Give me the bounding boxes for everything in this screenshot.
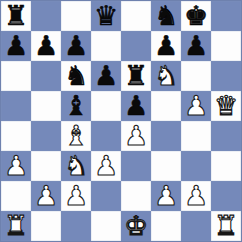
- square-a5[interactable]: [1, 91, 31, 121]
- square-e8[interactable]: [121, 1, 151, 31]
- square-f3[interactable]: [151, 151, 181, 181]
- square-a4[interactable]: [1, 121, 31, 151]
- square-b4[interactable]: [31, 121, 61, 151]
- square-f5[interactable]: [151, 91, 181, 121]
- piece-white-bishop-c4[interactable]: ♝: [64, 122, 88, 149]
- square-d6[interactable]: ♟: [91, 61, 121, 91]
- square-f2[interactable]: ♟: [151, 181, 181, 211]
- square-a1[interactable]: ♜: [1, 211, 31, 241]
- square-c8[interactable]: [61, 1, 91, 31]
- square-e6[interactable]: ♜: [121, 61, 151, 91]
- piece-black-knight-c6[interactable]: ♞: [64, 62, 88, 89]
- square-b5[interactable]: [31, 91, 61, 121]
- piece-black-rook-e6[interactable]: ♜: [124, 62, 148, 89]
- piece-black-rook-a8[interactable]: ♜: [4, 2, 28, 29]
- square-c3[interactable]: ♞: [61, 151, 91, 181]
- square-g1[interactable]: [181, 211, 211, 241]
- square-a8[interactable]: ♜: [1, 1, 31, 31]
- piece-white-rook-h1[interactable]: ♜: [214, 212, 238, 239]
- piece-white-king-e1[interactable]: ♚: [124, 212, 148, 239]
- square-e2[interactable]: [121, 181, 151, 211]
- piece-white-pawn-d3[interactable]: ♟: [94, 152, 118, 179]
- piece-white-pawn-c2[interactable]: ♟: [64, 182, 88, 209]
- piece-black-pawn-a7[interactable]: ♟: [4, 32, 28, 59]
- square-c4[interactable]: ♝: [61, 121, 91, 151]
- square-h5[interactable]: ♛: [211, 91, 241, 121]
- square-a6[interactable]: [1, 61, 31, 91]
- square-h8[interactable]: [211, 1, 241, 31]
- square-d4[interactable]: [91, 121, 121, 151]
- square-e7[interactable]: [121, 31, 151, 61]
- chess-board: ♜♛♞♚♟♟♟♟♟♞♟♜♞♝♟♟♛♝♟♟♞♟♟♟♟♟♜♚♜: [0, 0, 242, 242]
- square-e3[interactable]: [121, 151, 151, 181]
- square-g3[interactable]: [181, 151, 211, 181]
- square-b3[interactable]: [31, 151, 61, 181]
- square-e5[interactable]: ♟: [121, 91, 151, 121]
- piece-white-pawn-b2[interactable]: ♟: [34, 182, 58, 209]
- square-g7[interactable]: ♟: [181, 31, 211, 61]
- piece-black-pawn-d6[interactable]: ♟: [94, 62, 118, 89]
- piece-white-knight-c3[interactable]: ♞: [64, 152, 88, 179]
- piece-white-rook-a1[interactable]: ♜: [4, 212, 28, 239]
- square-c6[interactable]: ♞: [61, 61, 91, 91]
- square-h4[interactable]: [211, 121, 241, 151]
- square-d1[interactable]: [91, 211, 121, 241]
- piece-black-knight-f8[interactable]: ♞: [154, 2, 178, 29]
- piece-white-pawn-e4[interactable]: ♟: [124, 122, 148, 149]
- square-c2[interactable]: ♟: [61, 181, 91, 211]
- square-h1[interactable]: ♜: [211, 211, 241, 241]
- square-f1[interactable]: [151, 211, 181, 241]
- square-c5[interactable]: ♝: [61, 91, 91, 121]
- square-h7[interactable]: [211, 31, 241, 61]
- square-d3[interactable]: ♟: [91, 151, 121, 181]
- square-c7[interactable]: ♟: [61, 31, 91, 61]
- square-g5[interactable]: ♟: [181, 91, 211, 121]
- piece-black-pawn-f7[interactable]: ♟: [154, 32, 178, 59]
- piece-white-pawn-g5[interactable]: ♟: [184, 92, 208, 119]
- square-e4[interactable]: ♟: [121, 121, 151, 151]
- piece-black-pawn-e5[interactable]: ♟: [124, 92, 148, 119]
- square-a7[interactable]: ♟: [1, 31, 31, 61]
- square-d7[interactable]: [91, 31, 121, 61]
- square-c1[interactable]: [61, 211, 91, 241]
- piece-white-pawn-f2[interactable]: ♟: [154, 182, 178, 209]
- square-d8[interactable]: ♛: [91, 1, 121, 31]
- square-g4[interactable]: [181, 121, 211, 151]
- square-g2[interactable]: ♟: [181, 181, 211, 211]
- square-f6[interactable]: ♞: [151, 61, 181, 91]
- piece-white-knight-f6[interactable]: ♞: [154, 62, 178, 89]
- piece-black-bishop-c5[interactable]: ♝: [64, 92, 88, 119]
- square-d5[interactable]: [91, 91, 121, 121]
- square-a2[interactable]: [1, 181, 31, 211]
- square-b1[interactable]: [31, 211, 61, 241]
- square-h3[interactable]: [211, 151, 241, 181]
- square-g8[interactable]: ♚: [181, 1, 211, 31]
- square-b6[interactable]: [31, 61, 61, 91]
- square-b2[interactable]: ♟: [31, 181, 61, 211]
- square-g6[interactable]: [181, 61, 211, 91]
- piece-black-pawn-b7[interactable]: ♟: [34, 32, 58, 59]
- piece-white-pawn-g2[interactable]: ♟: [184, 182, 208, 209]
- piece-black-pawn-g7[interactable]: ♟: [184, 32, 208, 59]
- square-b7[interactable]: ♟: [31, 31, 61, 61]
- piece-black-pawn-c7[interactable]: ♟: [64, 32, 88, 59]
- square-f8[interactable]: ♞: [151, 1, 181, 31]
- square-h2[interactable]: [211, 181, 241, 211]
- square-b8[interactable]: [31, 1, 61, 31]
- piece-white-queen-h5[interactable]: ♛: [214, 92, 238, 119]
- square-e1[interactable]: ♚: [121, 211, 151, 241]
- piece-black-king-g8[interactable]: ♚: [184, 2, 208, 29]
- square-f7[interactable]: ♟: [151, 31, 181, 61]
- square-a3[interactable]: ♟: [1, 151, 31, 181]
- square-d2[interactable]: [91, 181, 121, 211]
- square-f4[interactable]: [151, 121, 181, 151]
- piece-black-queen-d8[interactable]: ♛: [94, 2, 118, 29]
- piece-white-pawn-a3[interactable]: ♟: [4, 152, 28, 179]
- square-h6[interactable]: [211, 61, 241, 91]
